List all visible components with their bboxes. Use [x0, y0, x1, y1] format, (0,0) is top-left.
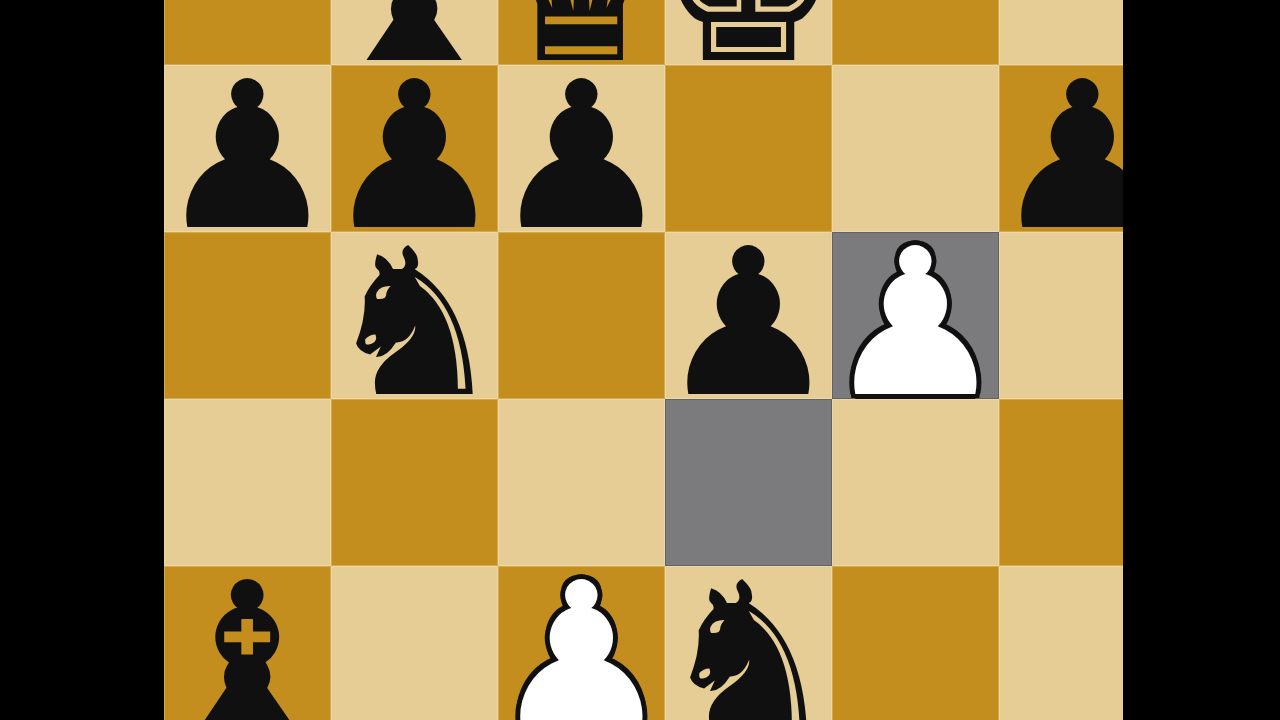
board-grid: ♝♛♚♟♟♟♟♞♟♟♝♟♞ — [164, 0, 1123, 720]
square-r1c5[interactable]: ♟ — [999, 65, 1123, 232]
white-pawn[interactable]: ♟ — [498, 574, 665, 720]
square-r3c4[interactable] — [832, 399, 999, 566]
square-r2c0[interactable] — [164, 232, 331, 399]
square-r4c2[interactable]: ♟ — [498, 566, 665, 720]
black-knight[interactable]: ♞ — [331, 240, 498, 407]
square-r0c4[interactable] — [832, 0, 999, 65]
square-r1c0[interactable]: ♟ — [164, 65, 331, 232]
letterbox-right — [1123, 0, 1280, 720]
square-r3c1[interactable] — [331, 399, 498, 566]
square-r4c3[interactable]: ♞ — [665, 566, 832, 720]
black-pawn[interactable]: ♟ — [665, 240, 832, 407]
white-pawn[interactable]: ♟ — [832, 240, 999, 407]
square-r4c1[interactable] — [331, 566, 498, 720]
square-r4c5[interactable] — [999, 566, 1123, 720]
letterbox-left — [0, 0, 164, 720]
square-r2c4[interactable]: ♟ — [832, 232, 999, 399]
square-r2c3[interactable]: ♟ — [665, 232, 832, 399]
square-r2c1[interactable]: ♞ — [331, 232, 498, 399]
black-pawn[interactable]: ♟ — [498, 73, 665, 240]
square-r4c4[interactable] — [832, 566, 999, 720]
video-frame: ♝♛♚♟♟♟♟♞♟♟♝♟♞ — [0, 0, 1280, 720]
black-knight[interactable]: ♞ — [665, 574, 832, 720]
black-pawn[interactable]: ♟ — [999, 73, 1123, 240]
square-r4c0[interactable]: ♝ — [164, 566, 331, 720]
black-pawn[interactable]: ♟ — [164, 73, 331, 240]
chess-board: ♝♛♚♟♟♟♟♞♟♟♝♟♞ — [164, 0, 1123, 720]
black-king[interactable]: ♚ — [665, 0, 832, 73]
square-r2c5[interactable] — [999, 232, 1123, 399]
square-r2c2[interactable] — [498, 232, 665, 399]
square-r3c5[interactable] — [999, 399, 1123, 566]
square-r0c3[interactable]: ♚ — [665, 0, 832, 65]
square-r1c2[interactable]: ♟ — [498, 65, 665, 232]
black-bishop[interactable]: ♝ — [164, 574, 331, 720]
